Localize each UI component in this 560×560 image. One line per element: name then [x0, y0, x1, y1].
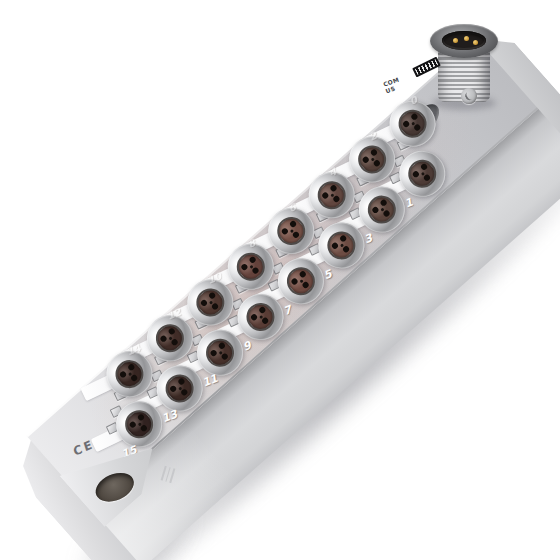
- m8-socket-recess: [393, 104, 433, 144]
- m8-socket-recess: [150, 319, 190, 359]
- pin-hole: [169, 385, 177, 393]
- m8-socket-recess: [241, 297, 281, 337]
- pin-hole: [208, 291, 216, 299]
- pin-hole: [209, 349, 217, 357]
- pin-hole: [379, 198, 387, 206]
- brand-emblem-icon: [461, 88, 477, 104]
- m12-pin: [473, 40, 478, 45]
- m8-socket-recess: [110, 354, 150, 394]
- pin-hole: [200, 299, 208, 307]
- m12-collar: [430, 24, 498, 58]
- pin-hole: [119, 370, 127, 378]
- pin-hole: [329, 184, 337, 192]
- power-labels: COM US: [382, 76, 402, 95]
- pin-hole: [361, 156, 369, 164]
- m12-socket-mouth: [442, 31, 486, 50]
- pin-hole: [289, 220, 297, 228]
- m8-socket-recess: [362, 190, 402, 230]
- pin-hole: [177, 377, 185, 385]
- pin-hole: [129, 420, 137, 428]
- pin-hole: [410, 112, 418, 120]
- pin-hole: [137, 413, 145, 421]
- pin-hole: [339, 234, 347, 242]
- m8-socket-recess: [402, 154, 442, 194]
- pin-hole: [240, 263, 248, 271]
- pin-hole: [321, 191, 329, 199]
- m8-socket-recess: [352, 140, 392, 180]
- pin-hole: [299, 270, 307, 278]
- pin-hole: [258, 306, 266, 314]
- m8-socket-recess: [231, 247, 271, 287]
- pin-hole: [371, 206, 379, 214]
- pin-hole: [331, 241, 339, 249]
- io-module-body: CE 1032547698111013121514: [27, 38, 560, 560]
- pin-hole: [159, 334, 167, 342]
- m8-socket-recess: [160, 369, 200, 409]
- m8-socket-recess: [191, 283, 231, 323]
- pin-hole: [412, 170, 420, 178]
- pin-hole: [248, 256, 256, 264]
- m12-pin: [464, 36, 469, 41]
- m8-socket-recess: [312, 175, 352, 215]
- pin-hole: [127, 363, 135, 371]
- pin-hole: [250, 313, 258, 321]
- pin-hole: [168, 327, 176, 335]
- pin-hole: [420, 163, 428, 171]
- pin-hole: [218, 342, 226, 350]
- m8-socket-recess: [200, 333, 240, 373]
- pin-hole: [370, 148, 378, 156]
- pin-hole: [281, 227, 289, 235]
- product-photo: CE 1032547698111013121514 COM US: [0, 0, 560, 560]
- m8-socket-recess: [271, 211, 311, 251]
- ce-mark: CE: [72, 437, 96, 459]
- m8-socket-recess: [322, 226, 362, 266]
- pin-hole: [290, 277, 298, 285]
- pin-hole: [402, 120, 410, 128]
- m8-socket-recess: [281, 261, 321, 301]
- m8-socket-recess: [119, 405, 159, 445]
- m12-pin: [453, 38, 458, 43]
